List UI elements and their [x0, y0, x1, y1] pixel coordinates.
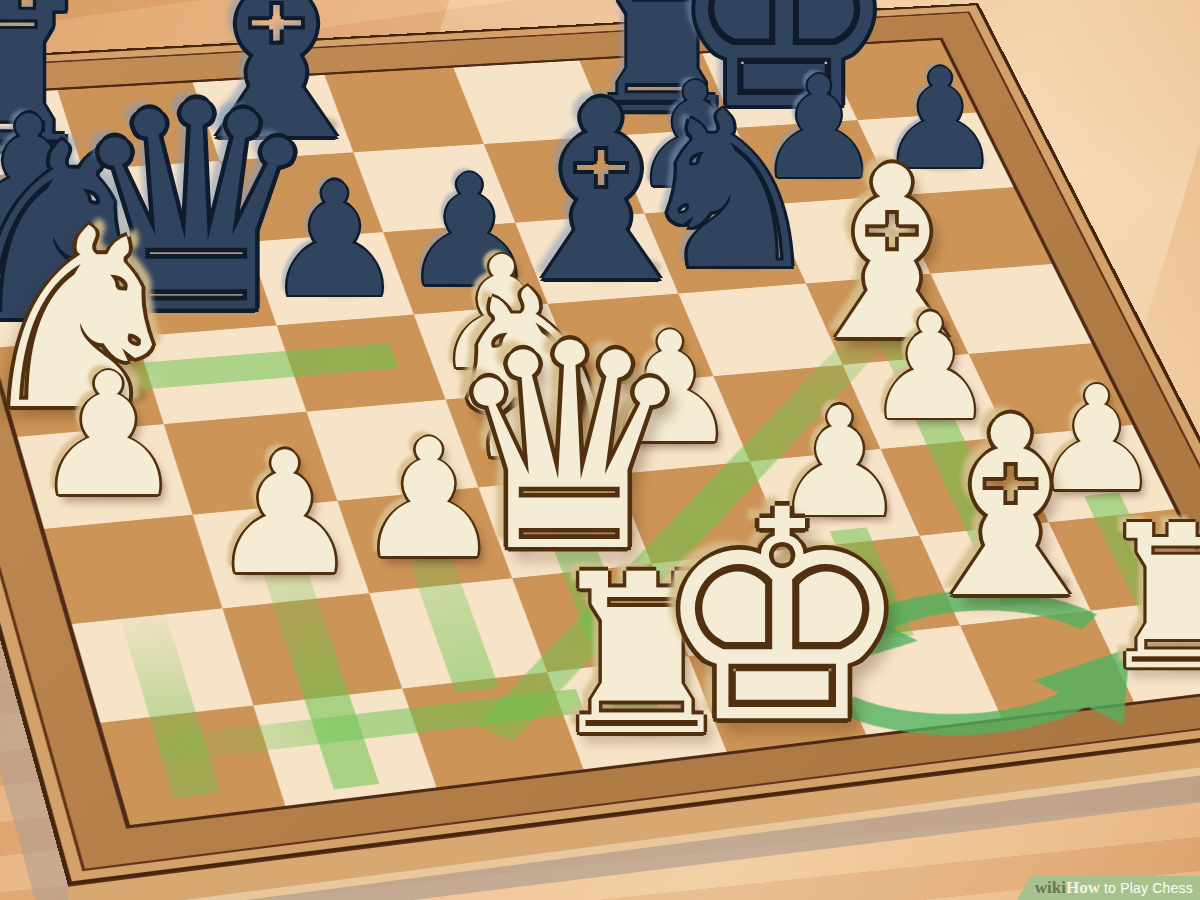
board-grid [0, 40, 1200, 825]
chess-board [0, 3, 1200, 885]
square-b8 [57, 82, 219, 169]
watermark-wiki: wiki [1035, 878, 1066, 898]
wikihow-watermark: wikiHowto Play Chess [1017, 876, 1200, 900]
square-b6 [109, 242, 277, 337]
illustration-scene: ♜♝♜♚♟♟♟♟♞♛♟♟♝♞♞♟♝♟♞♟♟♟♟♛♟♟♝♜♚♜ wikiHowto… [0, 0, 1200, 900]
watermark-how: How [1066, 878, 1100, 898]
square-a3 [44, 515, 222, 624]
square-a2 [72, 608, 254, 722]
board-frame [0, 11, 1200, 871]
square-a5 [0, 337, 164, 437]
square-a1 [100, 705, 285, 825]
square-a4 [17, 424, 192, 529]
square-b7 [83, 161, 248, 252]
watermark-caption: to Play Chess [1104, 880, 1193, 896]
